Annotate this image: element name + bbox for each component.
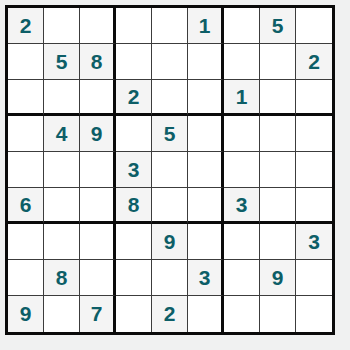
sudoku-cell-r7c6[interactable] — [188, 224, 224, 260]
sudoku-cell-r6c3[interactable] — [80, 188, 116, 224]
sudoku-cell-r4c4[interactable] — [116, 116, 152, 152]
sudoku-board-container: 21558221495368393839972 — [5, 5, 335, 335]
sudoku-cell-r7c5: 9 — [152, 224, 188, 260]
sudoku-cell-r7c1[interactable] — [8, 224, 44, 260]
sudoku-cell-r8c8: 9 — [260, 260, 296, 296]
sudoku-cell-r9c1: 9 — [8, 296, 44, 332]
sudoku-cell-r8c9[interactable] — [296, 260, 332, 296]
sudoku-cell-r5c6[interactable] — [188, 152, 224, 188]
sudoku-cell-r3c5[interactable] — [152, 80, 188, 116]
sudoku-cell-r2c8[interactable] — [260, 44, 296, 80]
sudoku-cell-r8c1[interactable] — [8, 260, 44, 296]
sudoku-cell-r5c7[interactable] — [224, 152, 260, 188]
sudoku-cell-r3c2[interactable] — [44, 80, 80, 116]
sudoku-cell-r2c2: 5 — [44, 44, 80, 80]
sudoku-cell-r2c7[interactable] — [224, 44, 260, 80]
sudoku-cell-r6c5[interactable] — [152, 188, 188, 224]
sudoku-cell-r6c1: 6 — [8, 188, 44, 224]
sudoku-cell-r1c1: 2 — [8, 8, 44, 44]
sudoku-cell-r4c9[interactable] — [296, 116, 332, 152]
sudoku-cell-r8c6: 3 — [188, 260, 224, 296]
sudoku-cell-r5c4: 3 — [116, 152, 152, 188]
sudoku-cell-r1c6: 1 — [188, 8, 224, 44]
sudoku-cell-r7c3[interactable] — [80, 224, 116, 260]
sudoku-cell-r3c3[interactable] — [80, 80, 116, 116]
sudoku-cell-r9c8[interactable] — [260, 296, 296, 332]
sudoku-cell-r3c9[interactable] — [296, 80, 332, 116]
sudoku-cell-r6c6[interactable] — [188, 188, 224, 224]
sudoku-cell-r4c5: 5 — [152, 116, 188, 152]
sudoku-cell-r8c3[interactable] — [80, 260, 116, 296]
sudoku-cell-r7c7[interactable] — [224, 224, 260, 260]
sudoku-cell-r1c5[interactable] — [152, 8, 188, 44]
sudoku-cell-r2c3: 8 — [80, 44, 116, 80]
sudoku-cell-r4c8[interactable] — [260, 116, 296, 152]
sudoku-cell-r6c4: 8 — [116, 188, 152, 224]
sudoku-cell-r6c2[interactable] — [44, 188, 80, 224]
sudoku-cell-r3c8[interactable] — [260, 80, 296, 116]
sudoku-cell-r6c9[interactable] — [296, 188, 332, 224]
sudoku-cell-r5c3[interactable] — [80, 152, 116, 188]
sudoku-cell-r5c2[interactable] — [44, 152, 80, 188]
sudoku-cell-r3c7: 1 — [224, 80, 260, 116]
sudoku-cell-r2c5[interactable] — [152, 44, 188, 80]
sudoku-cell-r7c4[interactable] — [116, 224, 152, 260]
sudoku-cell-r7c2[interactable] — [44, 224, 80, 260]
sudoku-cell-r9c9[interactable] — [296, 296, 332, 332]
sudoku-cell-r2c4[interactable] — [116, 44, 152, 80]
sudoku-cell-r4c6[interactable] — [188, 116, 224, 152]
sudoku-cell-r5c9[interactable] — [296, 152, 332, 188]
sudoku-cell-r4c1[interactable] — [8, 116, 44, 152]
sudoku-cell-r5c1[interactable] — [8, 152, 44, 188]
sudoku-cell-r9c4[interactable] — [116, 296, 152, 332]
sudoku-cell-r4c3: 9 — [80, 116, 116, 152]
sudoku-cell-r1c3[interactable] — [80, 8, 116, 44]
sudoku-cell-r1c2[interactable] — [44, 8, 80, 44]
sudoku-cell-r9c3: 7 — [80, 296, 116, 332]
sudoku-cell-r9c2[interactable] — [44, 296, 80, 332]
sudoku-cell-r8c5[interactable] — [152, 260, 188, 296]
sudoku-cell-r2c6[interactable] — [188, 44, 224, 80]
sudoku-cell-r3c6[interactable] — [188, 80, 224, 116]
sudoku-cell-r4c2: 4 — [44, 116, 80, 152]
sudoku-cell-r6c7: 3 — [224, 188, 260, 224]
sudoku-cell-r8c4[interactable] — [116, 260, 152, 296]
sudoku-cell-r5c5[interactable] — [152, 152, 188, 188]
sudoku-cell-r4c7[interactable] — [224, 116, 260, 152]
sudoku-cell-r9c6[interactable] — [188, 296, 224, 332]
sudoku-cell-r2c9: 2 — [296, 44, 332, 80]
sudoku-cell-r8c7[interactable] — [224, 260, 260, 296]
sudoku-cell-r3c4: 2 — [116, 80, 152, 116]
sudoku-cell-r3c1[interactable] — [8, 80, 44, 116]
sudoku-cell-r7c8[interactable] — [260, 224, 296, 260]
sudoku-cell-r2c1[interactable] — [8, 44, 44, 80]
sudoku-cell-r9c5: 2 — [152, 296, 188, 332]
sudoku-cell-r1c9[interactable] — [296, 8, 332, 44]
sudoku-cell-r1c8: 5 — [260, 8, 296, 44]
sudoku-board: 21558221495368393839972 — [5, 5, 335, 335]
sudoku-cell-r1c4[interactable] — [116, 8, 152, 44]
sudoku-cell-r5c8[interactable] — [260, 152, 296, 188]
sudoku-cell-r9c7[interactable] — [224, 296, 260, 332]
sudoku-cell-r8c2: 8 — [44, 260, 80, 296]
sudoku-cell-r1c7[interactable] — [224, 8, 260, 44]
sudoku-cell-r7c9: 3 — [296, 224, 332, 260]
sudoku-cell-r6c8[interactable] — [260, 188, 296, 224]
